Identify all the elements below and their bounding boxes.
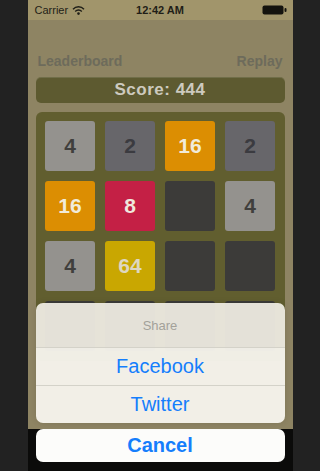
- share-sheet-title: Share: [36, 303, 285, 347]
- tile-r2c1: 64: [105, 241, 155, 291]
- share-action-sheet: Share Facebook Twitter: [36, 303, 285, 423]
- tile-r1c0: 16: [45, 181, 95, 231]
- wifi-icon: [72, 6, 85, 15]
- app-screen: 12:42 AM Carrier Leaderboard Replay: [28, 0, 293, 471]
- tile-r0c1: 2: [105, 121, 155, 171]
- tile-r2c3: [225, 241, 275, 291]
- replay-button[interactable]: Replay: [237, 53, 283, 69]
- tile-r2c0: 4: [45, 241, 95, 291]
- tile-r0c3: 2: [225, 121, 275, 171]
- score-bar: Score: 444: [36, 77, 285, 103]
- tile-r2c2: [165, 241, 215, 291]
- carrier-label: Carrier: [35, 4, 69, 16]
- twitter-button[interactable]: Twitter: [36, 385, 285, 423]
- status-bar: 12:42 AM Carrier: [28, 0, 293, 20]
- tile-r0c0: 4: [45, 121, 95, 171]
- tile-r1c3: 4: [225, 181, 275, 231]
- leaderboard-button[interactable]: Leaderboard: [38, 53, 123, 69]
- battery-icon: [262, 5, 287, 15]
- facebook-button[interactable]: Facebook: [36, 347, 285, 385]
- tile-r1c2: [165, 181, 215, 231]
- tile-r1c1: 8: [105, 181, 155, 231]
- cancel-button[interactable]: Cancel: [36, 429, 285, 462]
- nav-bar: Leaderboard Replay: [38, 51, 283, 71]
- score-text: Score: 444: [115, 80, 206, 100]
- tile-r0c2: 16: [165, 121, 215, 171]
